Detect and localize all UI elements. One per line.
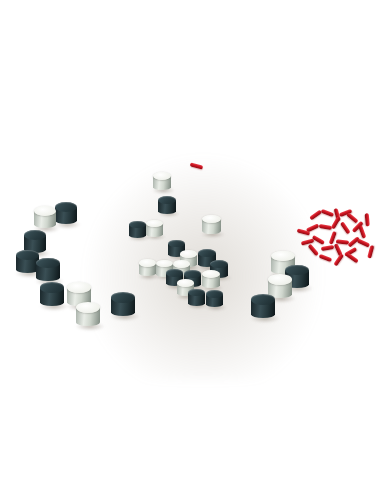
piece-shadow <box>39 302 69 311</box>
counting-stick <box>367 245 374 258</box>
counting-stick <box>333 254 343 267</box>
counting-stick <box>340 222 350 235</box>
checker-piece-black <box>55 207 77 224</box>
checker-piece-black <box>36 263 59 281</box>
counting-stick <box>347 236 359 247</box>
piece-shadow <box>35 277 64 286</box>
counting-stick <box>346 212 358 223</box>
counting-stick <box>346 253 359 263</box>
piece-shadow <box>15 269 44 278</box>
counting-stick <box>334 243 343 256</box>
counting-stick <box>365 213 370 226</box>
counting-stick <box>343 247 356 257</box>
counting-stick <box>330 216 340 229</box>
checker-piece-white <box>34 211 56 228</box>
counting-stick <box>338 209 351 217</box>
counting-stick <box>335 240 348 245</box>
checker-piece-black <box>24 235 47 253</box>
piece-shadow <box>33 224 61 232</box>
counting-stick <box>351 221 363 233</box>
product-photo-scene <box>0 0 381 492</box>
counting-stick <box>356 239 369 248</box>
board-shadow <box>78 150 328 380</box>
counting-stick <box>334 208 341 221</box>
piece-shadow <box>23 249 51 258</box>
checker-piece-black <box>40 287 64 306</box>
checker-piece-black <box>16 255 39 273</box>
counting-stick <box>358 225 366 238</box>
counting-stick <box>328 231 336 244</box>
